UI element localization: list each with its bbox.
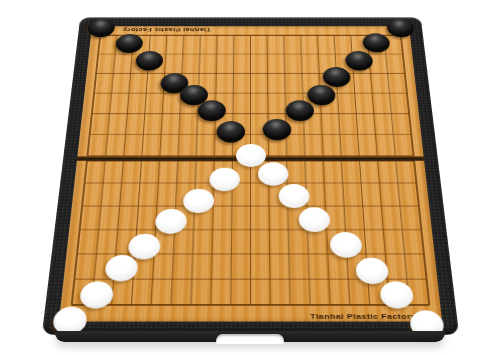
product-photo: Tianhai Plastic Factory Tianhai Plastic … [0, 0, 500, 355]
black-stone[interactable] [134, 51, 163, 70]
black-stone[interactable] [306, 85, 335, 105]
black-stone[interactable] [362, 33, 390, 52]
black-stone[interactable] [86, 18, 114, 37]
latch-notch [216, 334, 284, 344]
brand-text-bottom: Tianhai Plastic Factory [310, 312, 416, 320]
white-stone[interactable] [209, 168, 240, 192]
black-stone[interactable] [262, 119, 291, 140]
go-board-frame: Tianhai Plastic Factory Tianhai Plastic … [41, 17, 458, 334]
black-stone[interactable] [216, 121, 245, 142]
black-stone[interactable] [322, 67, 351, 87]
white-stone[interactable] [298, 207, 330, 232]
black-stone[interactable] [285, 100, 314, 121]
white-stone[interactable] [329, 232, 362, 258]
brand-text-top: Tianhai Plastic Factory [122, 27, 210, 33]
photo-background: { "game": "go", "subject": "foldable mag… [0, 0, 500, 355]
white-stone[interactable] [258, 162, 289, 185]
white-stone[interactable] [278, 184, 309, 208]
